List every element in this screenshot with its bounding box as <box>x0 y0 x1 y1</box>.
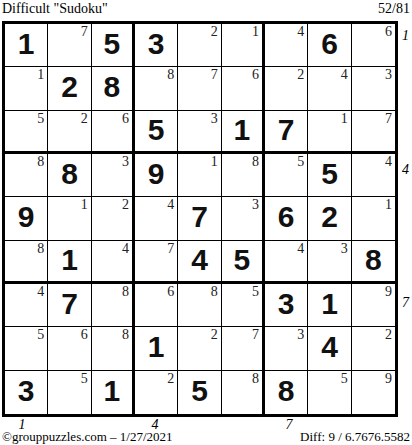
pencil-mark: 5 <box>252 284 259 300</box>
given-digit: 8 <box>103 72 120 102</box>
sudoku-grid: 1753214661288762435265317178839185549124… <box>2 21 398 417</box>
cell-r8c8[interactable]: 4 <box>308 327 351 370</box>
pencil-mark: 8 <box>37 241 44 257</box>
pencil-mark: 7 <box>385 111 392 127</box>
cell-r8c2[interactable]: 6 <box>48 327 91 370</box>
cell-r4c2[interactable]: 8 <box>48 154 91 197</box>
given-digit: 5 <box>103 29 120 59</box>
given-digit: 3 <box>18 376 35 406</box>
given-digit: 2 <box>61 72 78 102</box>
cell-r3c1[interactable]: 5 <box>5 111 48 154</box>
cell-r4c7[interactable]: 5 <box>265 154 308 197</box>
cell-r9c5[interactable]: 5 <box>178 371 221 414</box>
given-digit: 7 <box>278 115 295 145</box>
progress-counter: 52/81 <box>378 1 410 17</box>
pencil-mark: 8 <box>167 67 174 83</box>
pencil-mark: 7 <box>167 241 174 257</box>
cell-r2c4[interactable]: 8 <box>135 67 178 110</box>
cell-r5c8[interactable]: 2 <box>308 197 351 240</box>
cell-r3c5[interactable]: 3 <box>178 111 221 154</box>
cell-r7c4[interactable]: 6 <box>135 284 178 327</box>
cell-r7c8[interactable]: 1 <box>308 284 351 327</box>
cell-r5c6[interactable]: 3 <box>222 197 265 240</box>
given-digit: 9 <box>18 202 35 232</box>
cell-r7c2[interactable]: 7 <box>48 284 91 327</box>
given-digit: 5 <box>321 159 338 189</box>
pencil-mark: 6 <box>167 284 174 300</box>
pencil-mark: 6 <box>81 327 88 343</box>
cell-r2c3[interactable]: 8 <box>92 67 135 110</box>
pencil-mark: 8 <box>122 327 129 343</box>
pencil-mark: 9 <box>385 371 392 387</box>
row-label-7: 7 <box>402 295 412 311</box>
pencil-mark: 1 <box>81 197 88 213</box>
pencil-mark: 2 <box>81 111 88 127</box>
given-digit: 4 <box>191 245 208 275</box>
cell-r8c6[interactable]: 7 <box>222 327 265 370</box>
cell-r5c3[interactable]: 2 <box>92 197 135 240</box>
pencil-mark: 3 <box>385 67 392 83</box>
cell-r7c1[interactable]: 4 <box>5 284 48 327</box>
pencil-mark: 2 <box>297 67 304 83</box>
given-digit: 3 <box>148 29 165 59</box>
pencil-mark: 2 <box>211 327 218 343</box>
difficulty-text: Diff: 9 / 6.7676.5582 <box>300 429 410 444</box>
given-digit: 3 <box>278 289 295 319</box>
cell-r2c6[interactable]: 6 <box>222 67 265 110</box>
cell-r5c5[interactable]: 7 <box>178 197 221 240</box>
row-label-4: 4 <box>402 162 412 178</box>
pencil-mark: 1 <box>252 24 259 40</box>
given-digit: 1 <box>18 29 35 59</box>
cell-r7c3[interactable]: 8 <box>92 284 135 327</box>
cell-r5c7[interactable]: 6 <box>265 197 308 240</box>
pencil-mark: 3 <box>211 111 218 127</box>
given-digit: 1 <box>233 115 250 145</box>
cell-r4c5[interactable]: 1 <box>178 154 221 197</box>
pencil-mark: 1 <box>37 67 44 83</box>
pencil-mark: 1 <box>385 197 392 213</box>
pencil-mark: 3 <box>297 327 304 343</box>
cell-r2c8[interactable]: 4 <box>308 67 351 110</box>
pencil-mark: 2 <box>122 197 129 213</box>
pencil-mark: 1 <box>211 154 218 170</box>
cell-r5c1[interactable]: 9 <box>5 197 48 240</box>
cell-r3c4[interactable]: 5 <box>135 111 178 154</box>
cell-r6c4[interactable]: 7 <box>135 241 178 284</box>
row-label-1: 1 <box>402 28 412 44</box>
pencil-mark: 8 <box>211 284 218 300</box>
cell-r8c5[interactable]: 2 <box>178 327 221 370</box>
cell-r4c9[interactable]: 4 <box>352 154 395 197</box>
pencil-mark: 4 <box>167 197 174 213</box>
given-digit: 1 <box>321 289 338 319</box>
pencil-mark: 1 <box>341 111 348 127</box>
pencil-mark: 8 <box>37 154 44 170</box>
pencil-mark: 6 <box>385 24 392 40</box>
given-digit: 8 <box>61 159 78 189</box>
pencil-mark: 4 <box>297 241 304 257</box>
pencil-mark: 6 <box>122 111 129 127</box>
cell-r9c7[interactable]: 8 <box>265 371 308 414</box>
cell-r3c9[interactable]: 7 <box>352 111 395 154</box>
pencil-mark: 5 <box>341 371 348 387</box>
cell-r9c1[interactable]: 3 <box>5 371 48 414</box>
cell-r6c8[interactable]: 3 <box>308 241 351 284</box>
cell-r1c1[interactable]: 1 <box>5 24 48 67</box>
pencil-mark: 3 <box>252 197 259 213</box>
cell-r3c3[interactable]: 6 <box>92 111 135 154</box>
cell-r7c6[interactable]: 5 <box>222 284 265 327</box>
cell-r9c9[interactable]: 9 <box>352 371 395 414</box>
cell-r6c3[interactable]: 4 <box>92 241 135 284</box>
pencil-mark: 3 <box>341 241 348 257</box>
pencil-mark: 8 <box>252 371 259 387</box>
given-digit: 6 <box>278 202 295 232</box>
pencil-mark: 5 <box>297 154 304 170</box>
cell-r4c4[interactable]: 9 <box>135 154 178 197</box>
cell-r8c9[interactable]: 2 <box>352 327 395 370</box>
given-digit: 1 <box>103 376 120 406</box>
cell-r6c6[interactable]: 5 <box>222 241 265 284</box>
cell-r8c1[interactable]: 5 <box>5 327 48 370</box>
cell-r5c4[interactable]: 4 <box>135 197 178 240</box>
given-digit: 5 <box>233 245 250 275</box>
cell-r1c5[interactable]: 2 <box>178 24 221 67</box>
cell-r1c6[interactable]: 1 <box>222 24 265 67</box>
cell-r5c9[interactable]: 1 <box>352 197 395 240</box>
cell-r3c2[interactable]: 2 <box>48 111 91 154</box>
pencil-mark: 7 <box>211 67 218 83</box>
cell-r6c7[interactable]: 4 <box>265 241 308 284</box>
pencil-mark: 2 <box>385 327 392 343</box>
given-digit: 6 <box>321 29 338 59</box>
cell-r4c6[interactable]: 8 <box>222 154 265 197</box>
cell-r9c3[interactable]: 1 <box>92 371 135 414</box>
cell-r1c3[interactable]: 5 <box>92 24 135 67</box>
pencil-mark: 4 <box>385 154 392 170</box>
cell-r8c3[interactable]: 8 <box>92 327 135 370</box>
cell-r8c4[interactable]: 1 <box>135 327 178 370</box>
cell-r1c7[interactable]: 4 <box>265 24 308 67</box>
pencil-mark: 8 <box>252 154 259 170</box>
pencil-mark: 5 <box>37 327 44 343</box>
given-digit: 9 <box>148 159 165 189</box>
pencil-mark: 2 <box>167 371 174 387</box>
given-digit: 7 <box>191 202 208 232</box>
pencil-mark: 7 <box>81 24 88 40</box>
pencil-mark: 4 <box>341 67 348 83</box>
pencil-mark: 3 <box>122 154 129 170</box>
pencil-mark: 5 <box>81 371 88 387</box>
pencil-mark: 6 <box>252 67 259 83</box>
cell-r4c1[interactable]: 8 <box>5 154 48 197</box>
cell-r2c7[interactable]: 2 <box>265 67 308 110</box>
cell-r6c5[interactable]: 4 <box>178 241 221 284</box>
cell-r6c1[interactable]: 8 <box>5 241 48 284</box>
pencil-mark: 7 <box>252 327 259 343</box>
cell-r6c9[interactable]: 8 <box>352 241 395 284</box>
cell-r3c7[interactable]: 7 <box>265 111 308 154</box>
given-digit: 1 <box>61 245 78 275</box>
given-digit: 5 <box>148 115 165 145</box>
cell-r1c2[interactable]: 7 <box>48 24 91 67</box>
given-digit: 1 <box>148 332 165 362</box>
given-digit: 8 <box>365 245 382 275</box>
pencil-mark: 9 <box>385 284 392 300</box>
cell-r2c5[interactable]: 7 <box>178 67 221 110</box>
cell-r2c1[interactable]: 1 <box>5 67 48 110</box>
cell-r9c6[interactable]: 8 <box>222 371 265 414</box>
given-digit: 7 <box>61 289 78 319</box>
cell-r1c8[interactable]: 6 <box>308 24 351 67</box>
copyright-text: ©grouppuzzles.com – 1/27/2021 <box>2 429 173 444</box>
cell-r9c2[interactable]: 5 <box>48 371 91 414</box>
pencil-mark: 4 <box>297 24 304 40</box>
cell-r1c9[interactable]: 6 <box>352 24 395 67</box>
cell-r3c8[interactable]: 1 <box>308 111 351 154</box>
col-label-7: 7 <box>281 417 297 433</box>
cell-r5c2[interactable]: 1 <box>48 197 91 240</box>
cell-r4c8[interactable]: 5 <box>308 154 351 197</box>
cell-r9c8[interactable]: 5 <box>308 371 351 414</box>
cell-r6c2[interactable]: 1 <box>48 241 91 284</box>
pencil-mark: 8 <box>122 284 129 300</box>
pencil-mark: 5 <box>37 111 44 127</box>
cell-r4c3[interactable]: 3 <box>92 154 135 197</box>
cell-r7c9[interactable]: 9 <box>352 284 395 327</box>
cell-r2c2[interactable]: 2 <box>48 67 91 110</box>
pencil-mark: 4 <box>37 284 44 300</box>
cell-r1c4[interactable]: 3 <box>135 24 178 67</box>
cell-r8c7[interactable]: 3 <box>265 327 308 370</box>
given-digit: 8 <box>278 376 295 406</box>
page-title: Difficult "Sudoku" <box>2 1 108 17</box>
cell-r7c5[interactable]: 8 <box>178 284 221 327</box>
pencil-mark: 2 <box>211 24 218 40</box>
cell-r7c7[interactable]: 3 <box>265 284 308 327</box>
cell-r9c4[interactable]: 2 <box>135 371 178 414</box>
cell-r2c9[interactable]: 3 <box>352 67 395 110</box>
cell-r3c6[interactable]: 1 <box>222 111 265 154</box>
pencil-mark: 4 <box>122 241 129 257</box>
given-digit: 5 <box>191 376 208 406</box>
given-digit: 2 <box>321 202 338 232</box>
given-digit: 4 <box>321 332 338 362</box>
